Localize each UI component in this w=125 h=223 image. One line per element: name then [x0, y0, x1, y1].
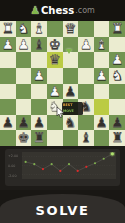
ytick-middle: 0.00 — [8, 164, 15, 167]
black-p-piece: ♟ — [33, 115, 45, 131]
square-r8c4[interactable] — [47, 130, 63, 146]
square-r8c7[interactable] — [94, 130, 110, 146]
ytick-top: +2.00 — [8, 154, 18, 157]
square-r2c5[interactable] — [63, 37, 79, 53]
white-r-piece: ♜ — [2, 21, 14, 37]
square-r6c5[interactable] — [63, 99, 79, 115]
white-r-piece: ♜ — [111, 21, 123, 37]
white-q-piece: ♛ — [64, 21, 76, 37]
square-r8c5[interactable] — [63, 130, 79, 146]
square-r4c3[interactable]: ♟ — [31, 68, 47, 84]
square-r5c4[interactable]: ♟ — [47, 84, 63, 100]
black-n-piece: ♞ — [80, 99, 92, 115]
square-r4c5[interactable] — [63, 68, 79, 84]
square-r6c1[interactable] — [0, 99, 16, 115]
black-p-piece: ♟ — [2, 115, 14, 131]
square-r3c5[interactable] — [63, 52, 79, 68]
square-r7c6[interactable] — [78, 115, 94, 131]
square-r5c2[interactable] — [16, 84, 32, 100]
square-r1c1[interactable]: ♜ — [0, 21, 16, 37]
square-r2c2[interactable]: ♟ — [16, 37, 32, 53]
black-b-piece: ♝ — [80, 130, 92, 146]
evaluation-plot-area — [22, 152, 116, 179]
solve-button[interactable]: SOLVE — [0, 194, 125, 223]
square-r2c4[interactable]: ♚ — [47, 37, 63, 53]
white-p-piece: ♟ — [111, 52, 123, 68]
square-r8c6[interactable]: ♝ — [78, 130, 94, 146]
square-r3c4[interactable]: ♛ — [47, 52, 63, 68]
square-r2c7[interactable]: ♝ — [94, 37, 110, 53]
square-r7c8[interactable]: ♟ — [109, 115, 125, 131]
solve-section: SOLVE — [0, 190, 125, 223]
black-p-piece: ♟ — [64, 84, 76, 100]
square-r6c4[interactable] — [47, 99, 63, 115]
square-r4c7[interactable]: ♟ — [94, 68, 110, 84]
solve-button-label: SOLVE — [36, 199, 90, 218]
square-r7c2[interactable]: ♟ — [16, 115, 32, 131]
white-p-piece: ♟ — [33, 68, 45, 84]
square-r5c3[interactable] — [31, 84, 47, 100]
black-q-piece: ♛ — [49, 52, 61, 68]
top-bar: ♟Chess.com — [0, 0, 125, 21]
square-r7c5[interactable]: ♞ — [63, 115, 79, 131]
square-r4c2[interactable] — [16, 68, 32, 84]
white-b-piece: ♝ — [33, 21, 45, 37]
square-r5c8[interactable] — [109, 84, 125, 100]
square-r8c2[interactable]: ♚ — [16, 130, 32, 146]
square-r2c8[interactable] — [109, 37, 125, 53]
logo-com-text: .com — [75, 6, 95, 15]
square-r3c3[interactable] — [31, 52, 47, 68]
black-r-piece: ♜ — [111, 130, 123, 146]
ytick-bottom: -2.00 — [8, 174, 17, 177]
square-r1c3[interactable]: ♝ — [31, 21, 47, 37]
square-r2c3[interactable]: ♝ — [31, 37, 47, 53]
chesscom-pawn-icon: ♟ — [30, 5, 40, 16]
square-r1c5[interactable]: ♛ — [63, 21, 79, 37]
square-r6c3[interactable] — [31, 99, 47, 115]
square-r2c6[interactable]: ♟ — [78, 37, 94, 53]
square-r7c3[interactable]: ♟ — [31, 115, 47, 131]
square-r5c7[interactable] — [94, 84, 110, 100]
black-p-piece: ♟ — [111, 115, 123, 131]
white-p-piece: ♟ — [17, 37, 29, 53]
square-r1c6[interactable] — [78, 21, 94, 37]
square-r3c2[interactable] — [16, 52, 32, 68]
square-r1c4[interactable] — [47, 21, 63, 37]
white-n-piece: ♞ — [17, 21, 29, 37]
square-r5c5[interactable]: ♟ — [63, 84, 79, 100]
square-r1c7[interactable] — [94, 21, 110, 37]
eval-chart-svg — [22, 152, 116, 179]
square-r8c1[interactable] — [0, 130, 16, 146]
square-r3c8[interactable]: ♟ — [109, 52, 125, 68]
square-r2c1[interactable]: ♟ — [0, 37, 16, 53]
square-r6c7[interactable] — [94, 99, 110, 115]
black-p-piece: ♟ — [96, 115, 108, 131]
black-k-piece: ♚ — [17, 130, 29, 146]
square-r6c8[interactable] — [109, 99, 125, 115]
square-r4c4[interactable] — [47, 68, 63, 84]
logo-chess-text: Chess — [41, 5, 74, 16]
evaluation-chart-card: +2.00 0.00 -2.00 — [5, 149, 120, 186]
square-r6c2[interactable] — [16, 99, 32, 115]
white-p-piece: ♟ — [80, 37, 92, 53]
white-b-piece: ♝ — [96, 37, 108, 53]
square-r8c8[interactable]: ♜ — [109, 130, 125, 146]
square-r7c4[interactable] — [47, 115, 63, 131]
white-n-piece: ♞ — [111, 68, 123, 84]
white-p-piece: ♟ — [96, 68, 108, 84]
chesscom-puzzle-ad: ♟Chess.com ♜♞♝♛♜♟♟♝♚♟♝♛♟♟♟♞♟♟♞♟♟♟♞♟♟♚♜♝♜… — [0, 0, 125, 223]
square-r7c1[interactable]: ♟ — [0, 115, 16, 131]
square-r4c8[interactable]: ♞ — [109, 68, 125, 84]
black-r-piece: ♜ — [33, 130, 45, 146]
square-r4c1[interactable] — [0, 68, 16, 84]
square-r1c2[interactable]: ♞ — [16, 21, 32, 37]
black-p-piece: ♟ — [17, 115, 29, 131]
square-r5c1[interactable] — [0, 84, 16, 100]
chess-board[interactable]: ♜♞♝♛♜♟♟♝♚♟♝♛♟♟♟♞♟♟♞♟♟♟♞♟♟♚♜♝♜ — [0, 21, 125, 146]
square-r4c6[interactable] — [78, 68, 94, 84]
evaluation-section: +2.00 0.00 -2.00 — [0, 146, 125, 190]
square-r3c1[interactable] — [0, 52, 16, 68]
square-r1c8[interactable]: ♜ — [109, 21, 125, 37]
black-n-piece: ♞ — [64, 115, 76, 131]
square-r3c7[interactable] — [94, 52, 110, 68]
square-r5c6[interactable] — [78, 84, 94, 100]
white-p-piece: ♟ — [49, 84, 61, 100]
square-r3c6[interactable] — [78, 52, 94, 68]
black-b-piece: ♝ — [33, 37, 45, 53]
white-p-piece: ♟ — [2, 37, 14, 53]
square-r7c7[interactable]: ♟ — [94, 115, 110, 131]
white-k-piece: ♚ — [49, 37, 61, 53]
square-r8c3[interactable]: ♜ — [31, 130, 47, 146]
square-r6c6[interactable]: ♞ — [78, 99, 94, 115]
